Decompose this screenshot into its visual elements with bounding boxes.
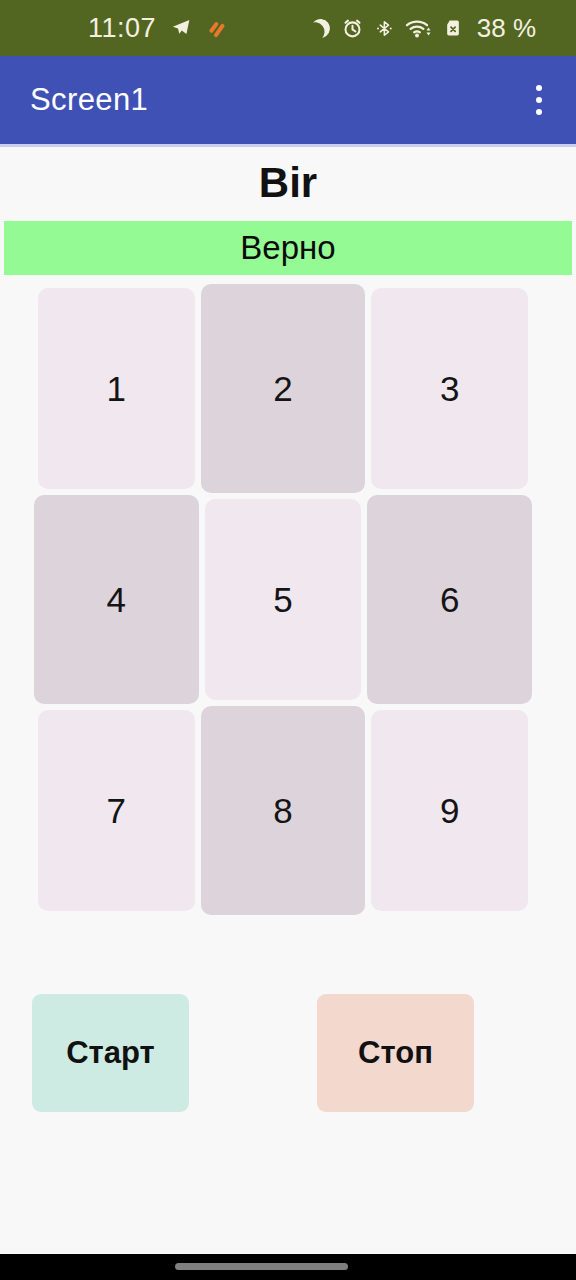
feedback-banner: Верно	[4, 221, 572, 275]
bluetooth-icon	[375, 18, 393, 39]
wifi-icon	[405, 18, 431, 39]
controls-row: Старт Стоп	[32, 994, 474, 1112]
cell-5[interactable]: 5	[205, 499, 362, 700]
status-bar: 11:07	[0, 0, 576, 56]
cell-3[interactable]: 3	[371, 288, 528, 489]
overflow-menu-icon[interactable]	[526, 77, 552, 123]
stop-button[interactable]: Стоп	[317, 994, 474, 1112]
cell-6[interactable]: 6	[367, 495, 532, 704]
phone-screen: 11:07	[0, 0, 576, 1280]
prompt-word: Bir	[0, 155, 576, 211]
cell-9[interactable]: 9	[371, 710, 528, 911]
gesture-handle[interactable]	[175, 1263, 348, 1270]
cell-8[interactable]: 8	[201, 706, 366, 915]
cell-1[interactable]: 1	[38, 288, 195, 489]
app-title: Screen1	[30, 82, 148, 118]
battery-percent: 38 %	[477, 13, 536, 44]
cell-2[interactable]: 2	[201, 284, 366, 493]
moon-icon	[311, 19, 330, 38]
cell-4[interactable]: 4	[34, 495, 199, 704]
alarm-icon	[342, 18, 363, 39]
number-grid: 1 2 3 4 5 6 7 8 9	[33, 283, 533, 916]
fitness-icon	[206, 18, 227, 39]
start-button[interactable]: Старт	[32, 994, 189, 1112]
gesture-nav-bar	[0, 1254, 576, 1280]
cell-7[interactable]: 7	[38, 710, 195, 911]
telegram-icon	[170, 18, 192, 38]
sim-x-icon	[443, 18, 463, 38]
clock-time: 11:07	[88, 13, 156, 44]
app-bar: Screen1	[0, 56, 576, 147]
